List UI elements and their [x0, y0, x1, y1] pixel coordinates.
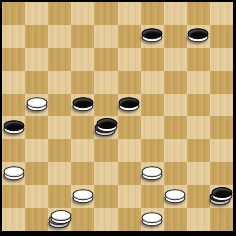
checker-face — [3, 120, 24, 131]
board-square-r6c4-dark[interactable] — [94, 139, 117, 162]
board-square-r0c7-light[interactable] — [164, 2, 187, 25]
board-square-r8c5-light[interactable] — [118, 185, 141, 208]
board-square-r7c9-dark[interactable] — [210, 162, 233, 185]
white-man[interactable] — [3, 166, 24, 181]
board-square-r4c7-light[interactable] — [164, 94, 187, 117]
board-square-r1c0-light[interactable] — [2, 25, 25, 48]
checker-face — [26, 97, 47, 108]
white-man[interactable] — [142, 166, 163, 181]
black-checker-disc — [3, 120, 24, 135]
board-square-r9c9-dark[interactable] — [210, 208, 233, 231]
board-square-r9c5-dark[interactable] — [118, 208, 141, 231]
black-checker-disc — [142, 29, 163, 44]
board-square-r6c0-dark[interactable] — [2, 139, 25, 162]
checker-face — [142, 29, 163, 40]
board-square-r2c2-dark[interactable] — [48, 48, 71, 71]
board-square-r3c6-light[interactable] — [141, 71, 164, 94]
board-square-r0c9-light[interactable] — [210, 2, 233, 25]
checker-face — [142, 212, 163, 223]
board-square-r1c1-dark[interactable] — [25, 25, 48, 48]
board-square-r3c2-light[interactable] — [48, 71, 71, 94]
board-square-r5c1-dark[interactable] — [25, 116, 48, 139]
white-checker-disc — [72, 189, 93, 204]
board-square-r1c5-dark[interactable] — [118, 25, 141, 48]
black-checker-disc — [212, 187, 233, 202]
white-man[interactable] — [72, 189, 93, 204]
black-man[interactable] — [72, 97, 93, 112]
checker-face — [72, 97, 93, 108]
board-square-r2c3-light[interactable] — [71, 48, 94, 71]
board-square-r0c1-light[interactable] — [25, 2, 48, 25]
board-square-r1c2-light[interactable] — [48, 25, 71, 48]
white-man[interactable] — [142, 212, 163, 227]
board-square-r5c2-light[interactable] — [48, 116, 71, 139]
board-square-r1c3-dark[interactable] — [71, 25, 94, 48]
board-square-r7c2-light[interactable] — [48, 162, 71, 185]
checker-face — [50, 210, 71, 221]
board-square-r9c3-dark[interactable] — [71, 208, 94, 231]
board-square-r5c5-dark[interactable] — [118, 116, 141, 139]
board-square-r6c1-light[interactable] — [25, 139, 48, 162]
board-square-r7c1-dark[interactable] — [25, 162, 48, 185]
board-square-r3c5-dark[interactable] — [118, 71, 141, 94]
checker-face — [188, 29, 209, 40]
white-king[interactable] — [49, 210, 70, 229]
board-square-r0c4-dark[interactable] — [94, 2, 117, 25]
board-square-r6c2-dark[interactable] — [48, 139, 71, 162]
white-checker-disc — [142, 212, 163, 227]
board-square-r6c5-light[interactable] — [118, 139, 141, 162]
black-checker-disc — [72, 97, 93, 112]
white-checker-disc — [50, 210, 71, 225]
board-square-r5c9-dark[interactable] — [210, 116, 233, 139]
white-man[interactable] — [165, 189, 186, 204]
board-square-r2c4-dark[interactable] — [94, 48, 117, 71]
checker-face — [3, 166, 24, 177]
checker-face — [72, 189, 93, 200]
board-square-r6c8-dark[interactable] — [187, 139, 210, 162]
black-man[interactable] — [142, 29, 163, 44]
board-square-r3c8-light[interactable] — [187, 71, 210, 94]
black-king[interactable] — [211, 187, 232, 206]
board-square-r4c2-dark[interactable] — [48, 94, 71, 117]
board-square-r4c8-dark[interactable] — [187, 94, 210, 117]
board-square-r0c6-dark[interactable] — [141, 2, 164, 25]
board-square-r1c4-light[interactable] — [94, 25, 117, 48]
board-square-r2c0-dark[interactable] — [2, 48, 25, 71]
white-checker-disc — [3, 166, 24, 181]
board-square-r4c4-dark[interactable] — [94, 94, 117, 117]
board-square-r6c3-light[interactable] — [71, 139, 94, 162]
board-square-r0c0-dark[interactable] — [2, 2, 25, 25]
board-square-r2c6-dark[interactable] — [141, 48, 164, 71]
board-square-r5c8-light[interactable] — [187, 116, 210, 139]
white-checker-disc — [165, 189, 186, 204]
board-square-r3c1-dark[interactable] — [25, 71, 48, 94]
board-square-r5c7-dark[interactable] — [164, 116, 187, 139]
board-square-r0c3-light[interactable] — [71, 2, 94, 25]
board-square-r9c7-dark[interactable] — [164, 208, 187, 231]
board-square-r7c7-dark[interactable] — [164, 162, 187, 185]
board-square-r4c9-light[interactable] — [210, 94, 233, 117]
black-checker-disc — [96, 118, 117, 133]
black-checker-disc — [188, 29, 209, 44]
board-square-r7c4-light[interactable] — [94, 162, 117, 185]
board-square-r4c0-dark[interactable] — [2, 94, 25, 117]
white-checker-disc — [142, 166, 163, 181]
board-square-r5c6-light[interactable] — [141, 116, 164, 139]
black-checker-disc — [119, 97, 140, 112]
board-square-r7c5-dark[interactable] — [118, 162, 141, 185]
board-square-r7c8-light[interactable] — [187, 162, 210, 185]
board-square-r4c6-dark[interactable] — [141, 94, 164, 117]
board-square-r3c0-light[interactable] — [2, 71, 25, 94]
board-square-r8c2-dark[interactable] — [48, 185, 71, 208]
checker-face — [96, 118, 117, 129]
board-square-r2c9-light[interactable] — [210, 48, 233, 71]
black-king[interactable] — [95, 118, 116, 137]
board-square-r0c8-dark[interactable] — [187, 2, 210, 25]
board-square-r2c7-light[interactable] — [164, 48, 187, 71]
board-square-r9c1-dark[interactable] — [25, 208, 48, 231]
board-square-r9c4-light[interactable] — [94, 208, 117, 231]
board-square-r0c5-light[interactable] — [118, 2, 141, 25]
checker-face — [212, 187, 233, 198]
board-square-r2c5-light[interactable] — [118, 48, 141, 71]
board-square-r5c3-dark[interactable] — [71, 116, 94, 139]
board-square-r3c7-dark[interactable] — [164, 71, 187, 94]
board-square-r7c3-dark[interactable] — [71, 162, 94, 185]
board-square-r6c7-light[interactable] — [164, 139, 187, 162]
board-square-r8c6-dark[interactable] — [141, 185, 164, 208]
board-square-r9c0-light[interactable] — [2, 208, 25, 231]
white-checker-disc — [26, 97, 47, 112]
board-square-r3c4-light[interactable] — [94, 71, 117, 94]
checker-face — [142, 166, 163, 177]
board-square-r6c6-dark[interactable] — [141, 139, 164, 162]
board-square-r2c8-dark[interactable] — [187, 48, 210, 71]
board-square-r6c9-light[interactable] — [210, 139, 233, 162]
board-square-r9c8-light[interactable] — [187, 208, 210, 231]
board-square-r0c2-dark[interactable] — [48, 2, 71, 25]
board-square-r8c8-dark[interactable] — [187, 185, 210, 208]
board-square-r8c4-dark[interactable] — [94, 185, 117, 208]
black-man[interactable] — [188, 29, 209, 44]
board-square-r1c7-dark[interactable] — [164, 25, 187, 48]
board-square-r2c1-light[interactable] — [25, 48, 48, 71]
black-man[interactable] — [119, 97, 140, 112]
board-square-r8c0-dark[interactable] — [2, 185, 25, 208]
board-square-r3c9-dark[interactable] — [210, 71, 233, 94]
checker-face — [119, 97, 140, 108]
black-man[interactable] — [3, 120, 24, 135]
white-man[interactable] — [26, 97, 47, 112]
board-square-r1c9-dark[interactable] — [210, 25, 233, 48]
board-square-r3c3-dark[interactable] — [71, 71, 94, 94]
draughts-app-frame — [0, 0, 236, 236]
checker-face — [165, 189, 186, 200]
board-square-r8c1-light[interactable] — [25, 185, 48, 208]
